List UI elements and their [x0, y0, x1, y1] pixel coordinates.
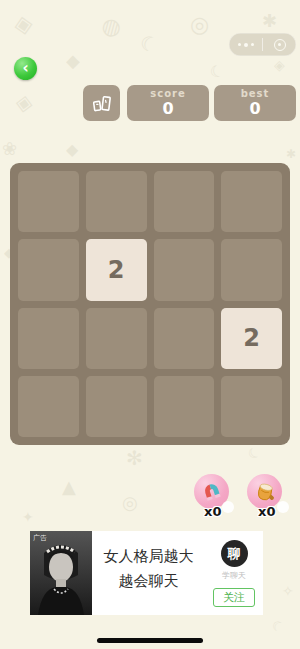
pattern-glyph: ✻ — [126, 448, 143, 468]
ad-headline: 女人格局越大 越会聊天 — [92, 531, 205, 615]
leaderboard-button[interactable] — [83, 85, 120, 121]
empty-cell — [18, 171, 79, 232]
pattern-glyph: ✱ — [286, 148, 296, 160]
empty-cell — [154, 308, 215, 369]
pattern-glyph: ✱ — [262, 12, 277, 30]
podium-leaderboard-icon — [91, 92, 113, 114]
empty-cell — [86, 171, 147, 232]
best-box: best 0 — [214, 85, 296, 121]
pattern-glyph: ◆ — [66, 52, 80, 70]
empty-cell — [18, 376, 79, 437]
pattern-glyph: ◆ — [66, 142, 78, 158]
chevron-left-icon: ‹ — [22, 61, 28, 76]
ad-advertiser: 聊 学聊天 关注 — [205, 531, 263, 615]
pattern-glyph: ▲ — [62, 478, 76, 496]
empty-cell — [221, 171, 282, 232]
pattern-glyph: ◈ — [15, 91, 35, 115]
woman-portrait-image — [30, 531, 92, 615]
pattern-glyph: ◎ — [122, 494, 138, 512]
ad-headline-line1: 女人格局越大 — [92, 544, 205, 569]
pattern-glyph: ◍ — [99, 14, 123, 40]
empty-cell — [18, 239, 79, 300]
best-value: 0 — [214, 100, 296, 117]
pattern-glyph: ☾ — [270, 618, 287, 635]
2048-game-screen: ◈◍◎✱☾◆◈☾❀◆✱◆✻☾▲◎✦◈✧☾ ‹ score 0 — [0, 0, 300, 649]
score-box: score 0 — [127, 85, 209, 121]
more-button[interactable] — [229, 33, 262, 56]
empty-cell — [18, 308, 79, 369]
three-dots-icon — [238, 43, 254, 47]
tile-2: 2 — [86, 239, 147, 300]
pattern-glyph: ✧ — [282, 584, 294, 598]
magnet-count: x0 — [204, 504, 221, 519]
ad-photo: 广告 — [30, 531, 92, 615]
honey-pot-icon — [252, 479, 278, 505]
ad-headline-line2: 越会聊天 — [92, 569, 205, 594]
pattern-glyph: ◈ — [274, 58, 285, 72]
back-button[interactable]: ‹ — [14, 57, 37, 80]
honeypot-add-badge[interactable] — [277, 501, 289, 513]
empty-cell — [86, 376, 147, 437]
advertiser-logo: 聊 — [221, 540, 248, 567]
tile-2: 2 — [221, 308, 282, 369]
pattern-glyph: ☾ — [137, 32, 161, 57]
advertiser-name: 学聊天 — [222, 570, 246, 581]
empty-cell — [154, 376, 215, 437]
ad-banner[interactable]: 广告 女人格局越大 越会聊天 聊 学聊天 关注 — [30, 531, 263, 615]
pattern-glyph: ✦ — [22, 510, 34, 524]
empty-cell — [154, 239, 215, 300]
empty-cell — [221, 239, 282, 300]
magnet-add-badge[interactable] — [222, 501, 234, 513]
honeypot-count: x0 — [258, 504, 275, 519]
pattern-glyph: ◎ — [190, 14, 209, 36]
follow-button[interactable]: 关注 — [213, 588, 255, 607]
circle-dot-icon — [274, 39, 286, 51]
pattern-glyph: ☾ — [208, 62, 226, 81]
score-value: 0 — [127, 100, 209, 117]
pattern-glyph: ◈ — [12, 11, 34, 38]
pattern-glyph: ☾ — [245, 444, 263, 462]
empty-cell — [86, 308, 147, 369]
board[interactable]: 22 — [10, 163, 290, 445]
wechat-capsule — [229, 33, 296, 56]
pattern-glyph: ❀ — [2, 140, 17, 158]
magnet-icon — [200, 480, 224, 504]
empty-cell — [154, 171, 215, 232]
ad-badge: 广告 — [33, 534, 47, 543]
home-indicator — [97, 638, 203, 643]
close-button[interactable] — [263, 33, 296, 56]
empty-cell — [221, 376, 282, 437]
